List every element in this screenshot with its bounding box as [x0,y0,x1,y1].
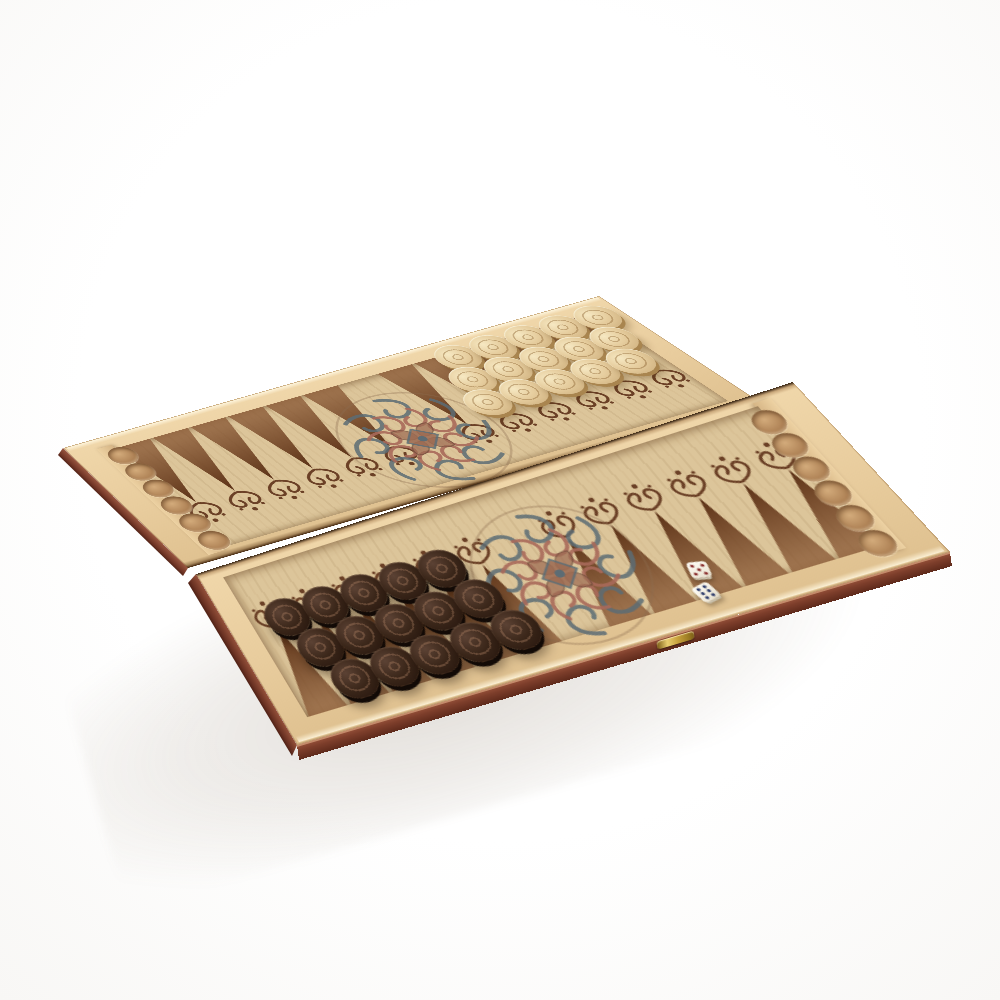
point-tip-ornament [625,487,668,513]
point-tip-ornament [263,477,303,497]
point-tip-ornament [302,466,342,486]
point-tip-ornament [712,460,756,486]
point-tip-ornament [668,474,711,500]
product-photo-scene [0,0,1000,1000]
point-tip-ornament [224,489,264,509]
